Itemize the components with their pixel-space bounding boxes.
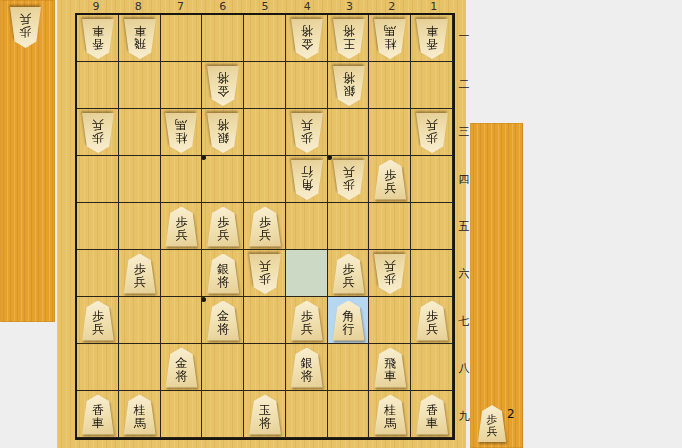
piece-kanji: 玉将 — [259, 404, 271, 430]
piece-sente-pawn[interactable]: 歩兵 — [123, 254, 157, 294]
piece-kanji: 桂馬 — [134, 404, 146, 430]
piece-gote-pawn[interactable]: 歩兵 — [9, 7, 42, 48]
square-11[interactable]: 香車 — [411, 15, 453, 62]
piece-kanji: 歩兵 — [384, 169, 396, 195]
piece-sente-bishop[interactable]: 角行 — [332, 301, 366, 341]
rank-label-1: 一 — [457, 13, 471, 60]
piece-sente-rook[interactable]: 飛車 — [373, 348, 407, 388]
rank-label-7: 七 — [457, 298, 471, 345]
piece-kanji: 歩兵 — [426, 310, 438, 336]
square-43[interactable]: 歩兵 — [286, 109, 328, 156]
piece-gote-gold[interactable]: 金将 — [206, 66, 240, 106]
piece-kanji: 飛車 — [134, 24, 146, 50]
rank-label-5: 五 — [457, 203, 471, 250]
piece-gote-knight[interactable]: 桂馬 — [373, 19, 407, 59]
square-97[interactable]: 歩兵 — [77, 297, 119, 344]
square-23[interactable] — [369, 109, 411, 156]
square-96[interactable] — [77, 250, 119, 297]
square-92[interactable] — [77, 62, 119, 109]
piece-gote-silver[interactable]: 銀将 — [332, 66, 366, 106]
piece-kanji: 歩兵 — [175, 216, 187, 242]
piece-kanji: 歩兵 — [217, 216, 229, 242]
sente-hand-pawn-count: 2 — [507, 407, 515, 421]
square-76[interactable] — [161, 250, 203, 297]
square-81[interactable]: 飛車 — [119, 15, 161, 62]
square-65[interactable]: 歩兵 — [202, 203, 244, 250]
piece-sente-pawn[interactable]: 歩兵 — [81, 301, 115, 341]
square-17[interactable]: 歩兵 — [411, 297, 453, 344]
piece-kanji: 飛車 — [384, 357, 396, 383]
piece-kanji: 角行 — [301, 165, 313, 191]
square-67[interactable]: 金将 — [202, 297, 244, 344]
piece-sente-king[interactable]: 玉将 — [248, 395, 282, 435]
square-54[interactable] — [244, 156, 286, 203]
piece-gote-pawn[interactable]: 歩兵 — [81, 113, 115, 153]
piece-kanji: 歩兵 — [92, 310, 104, 336]
piece-sente-pawn[interactable]: 歩兵 — [206, 207, 240, 247]
square-56[interactable]: 歩兵 — [244, 250, 286, 297]
file-label-7: 7 — [159, 0, 201, 13]
piece-kanji: 桂馬 — [175, 118, 187, 144]
square-27[interactable] — [369, 297, 411, 344]
piece-kanji: 香車 — [92, 404, 104, 430]
rank-label-6: 六 — [457, 250, 471, 297]
square-57[interactable] — [244, 297, 286, 344]
square-59[interactable]: 玉将 — [244, 391, 286, 438]
square-13[interactable]: 歩兵 — [411, 109, 453, 156]
square-51[interactable] — [244, 15, 286, 62]
piece-kanji: 角行 — [343, 310, 355, 336]
square-28[interactable]: 飛車 — [369, 344, 411, 391]
square-58[interactable] — [244, 344, 286, 391]
piece-kanji: 歩兵 — [343, 165, 355, 191]
piece-kanji: 銀将 — [343, 71, 355, 97]
piece-kanji: 金将 — [217, 71, 229, 97]
piece-kanji: 銀将 — [217, 263, 229, 289]
piece-sente-pawn[interactable]: 歩兵 — [248, 207, 282, 247]
square-22[interactable] — [369, 62, 411, 109]
square-33[interactable] — [328, 109, 370, 156]
piece-kanji: 歩兵 — [487, 414, 498, 438]
board-grid: 香車飛車金将王将桂馬香車金将銀将歩兵桂馬銀将歩兵歩兵角行歩兵歩兵歩兵歩兵歩兵歩兵… — [75, 13, 455, 440]
square-74[interactable] — [161, 156, 203, 203]
piece-kanji: 銀将 — [217, 118, 229, 144]
square-15[interactable] — [411, 203, 453, 250]
piece-gote-pawn[interactable]: 歩兵 — [332, 160, 366, 200]
square-72[interactable] — [161, 62, 203, 109]
rank-label-9: 九 — [457, 393, 471, 440]
piece-sente-pawn[interactable]: 歩兵 — [477, 405, 507, 442]
piece-sente-pawn[interactable]: 歩兵 — [415, 301, 449, 341]
piece-gote-pawn[interactable]: 歩兵 — [415, 113, 449, 153]
piece-sente-knight[interactable]: 桂馬 — [123, 395, 157, 435]
rank-label-8: 八 — [457, 345, 471, 392]
square-37[interactable]: 角行 — [328, 297, 370, 344]
square-26[interactable]: 歩兵 — [369, 250, 411, 297]
piece-sente-lance[interactable]: 香車 — [81, 395, 115, 435]
file-label-6: 6 — [202, 0, 244, 13]
square-79[interactable] — [161, 391, 203, 438]
square-93[interactable]: 歩兵 — [77, 109, 119, 156]
square-78[interactable]: 金将 — [161, 344, 203, 391]
square-98[interactable] — [77, 344, 119, 391]
piece-sente-silver[interactable]: 銀将 — [290, 348, 324, 388]
square-36[interactable]: 歩兵 — [328, 250, 370, 297]
file-label-9: 9 — [75, 0, 117, 13]
square-52[interactable] — [244, 62, 286, 109]
piece-kanji: 香車 — [426, 404, 438, 430]
file-label-2: 2 — [371, 0, 413, 13]
rank-label-3: 三 — [457, 108, 471, 155]
piece-gote-rook[interactable]: 飛車 — [123, 19, 157, 59]
piece-gote-bishop[interactable]: 角行 — [290, 160, 324, 200]
piece-kanji: 歩兵 — [20, 13, 32, 39]
piece-sente-pawn[interactable]: 歩兵 — [332, 254, 366, 294]
square-99[interactable]: 香車 — [77, 391, 119, 438]
piece-kanji: 歩兵 — [259, 259, 271, 285]
piece-kanji: 王将 — [343, 24, 355, 50]
piece-sente-gold[interactable]: 金将 — [164, 348, 198, 388]
piece-gote-lance[interactable]: 香車 — [415, 19, 449, 59]
gote-hand-piece[interactable]: 歩兵 — [9, 7, 42, 48]
square-41[interactable]: 金将 — [286, 15, 328, 62]
square-82[interactable] — [119, 62, 161, 109]
square-46[interactable] — [286, 250, 328, 297]
square-21[interactable]: 桂馬 — [369, 15, 411, 62]
square-75[interactable]: 歩兵 — [161, 203, 203, 250]
piece-kanji: 歩兵 — [343, 263, 355, 289]
file-label-4: 4 — [286, 0, 328, 13]
square-31[interactable]: 王将 — [328, 15, 370, 62]
piece-kanji: 金将 — [301, 24, 313, 50]
square-84[interactable] — [119, 156, 161, 203]
square-89[interactable]: 桂馬 — [119, 391, 161, 438]
piece-kanji: 歩兵 — [384, 259, 396, 285]
square-47[interactable]: 歩兵 — [286, 297, 328, 344]
square-32[interactable]: 銀将 — [328, 62, 370, 109]
piece-kanji: 歩兵 — [301, 310, 313, 336]
piece-sente-silver[interactable]: 銀将 — [206, 254, 240, 294]
piece-kanji: 金将 — [217, 310, 229, 336]
square-68[interactable] — [202, 344, 244, 391]
piece-kanji: 歩兵 — [92, 118, 104, 144]
square-44[interactable]: 角行 — [286, 156, 328, 203]
square-94[interactable] — [77, 156, 119, 203]
piece-kanji: 香車 — [92, 24, 104, 50]
shogi-board-panel: 987654321 香車飛車金将王将桂馬香車金将銀将歩兵桂馬銀将歩兵歩兵角行歩兵… — [57, 0, 466, 448]
square-53[interactable] — [244, 109, 286, 156]
square-34[interactable]: 歩兵 — [328, 156, 370, 203]
piece-gote-silver[interactable]: 銀将 — [206, 113, 240, 153]
square-91[interactable]: 香車 — [77, 15, 119, 62]
square-19[interactable]: 香車 — [411, 391, 453, 438]
piece-gote-pawn[interactable]: 歩兵 — [248, 254, 282, 294]
square-35[interactable] — [328, 203, 370, 250]
square-48[interactable]: 銀将 — [286, 344, 328, 391]
piece-kanji: 銀将 — [301, 357, 313, 383]
square-14[interactable] — [411, 156, 453, 203]
piece-gote-gold[interactable]: 金将 — [290, 19, 324, 59]
piece-gote-lance[interactable]: 香車 — [81, 19, 115, 59]
square-85[interactable] — [119, 203, 161, 250]
square-63[interactable]: 銀将 — [202, 109, 244, 156]
square-73[interactable]: 桂馬 — [161, 109, 203, 156]
gote-hand-tray: 歩兵 — [0, 0, 55, 322]
square-25[interactable] — [369, 203, 411, 250]
shogi-app-window: 歩兵 987654321 香車飛車金将王将桂馬香車金将銀将歩兵桂馬銀将歩兵歩兵角… — [0, 0, 682, 448]
square-18[interactable] — [411, 344, 453, 391]
square-86[interactable]: 歩兵 — [119, 250, 161, 297]
piece-sente-pawn[interactable]: 歩兵 — [290, 301, 324, 341]
piece-gote-pawn[interactable]: 歩兵 — [290, 113, 324, 153]
square-55[interactable]: 歩兵 — [244, 203, 286, 250]
square-49[interactable] — [286, 391, 328, 438]
piece-kanji: 歩兵 — [134, 263, 146, 289]
piece-gote-knight[interactable]: 桂馬 — [164, 113, 198, 153]
square-88[interactable] — [119, 344, 161, 391]
piece-kanji: 歩兵 — [426, 118, 438, 144]
square-29[interactable]: 桂馬 — [369, 391, 411, 438]
sente-hand-tray: 2 歩兵 — [470, 123, 523, 448]
sente-hand-piece[interactable]: 歩兵 — [477, 405, 507, 442]
rank-label-4: 四 — [457, 155, 471, 202]
file-label-1: 1 — [413, 0, 455, 13]
piece-sente-pawn[interactable]: 歩兵 — [164, 207, 198, 247]
piece-kanji: 桂馬 — [384, 404, 396, 430]
piece-kanji: 歩兵 — [259, 216, 271, 242]
piece-kanji: 香車 — [426, 24, 438, 50]
square-83[interactable] — [119, 109, 161, 156]
square-42[interactable] — [286, 62, 328, 109]
piece-kanji: 歩兵 — [301, 118, 313, 144]
square-45[interactable] — [286, 203, 328, 250]
rank-labels: 一二三四五六七八九 — [457, 13, 471, 440]
square-95[interactable] — [77, 203, 119, 250]
square-87[interactable] — [119, 297, 161, 344]
square-12[interactable] — [411, 62, 453, 109]
square-69[interactable] — [202, 391, 244, 438]
piece-sente-pawn[interactable]: 歩兵 — [373, 160, 407, 200]
piece-sente-lance[interactable]: 香車 — [415, 395, 449, 435]
piece-kanji: 桂馬 — [384, 24, 396, 50]
square-24[interactable]: 歩兵 — [369, 156, 411, 203]
piece-gote-king[interactable]: 王将 — [332, 19, 366, 59]
piece-sente-knight[interactable]: 桂馬 — [373, 395, 407, 435]
square-62[interactable]: 金将 — [202, 62, 244, 109]
file-label-8: 8 — [117, 0, 159, 13]
piece-kanji: 金将 — [175, 357, 187, 383]
file-label-5: 5 — [244, 0, 286, 13]
square-71[interactable] — [161, 15, 203, 62]
square-61[interactable] — [202, 15, 244, 62]
file-labels: 987654321 — [75, 0, 455, 13]
square-39[interactable] — [328, 391, 370, 438]
square-64[interactable] — [202, 156, 244, 203]
piece-gote-pawn[interactable]: 歩兵 — [373, 254, 407, 294]
square-66[interactable]: 銀将 — [202, 250, 244, 297]
file-label-3: 3 — [328, 0, 370, 13]
rank-label-2: 二 — [457, 60, 471, 107]
square-77[interactable] — [161, 297, 203, 344]
square-16[interactable] — [411, 250, 453, 297]
square-38[interactable] — [328, 344, 370, 391]
piece-sente-gold[interactable]: 金将 — [206, 301, 240, 341]
